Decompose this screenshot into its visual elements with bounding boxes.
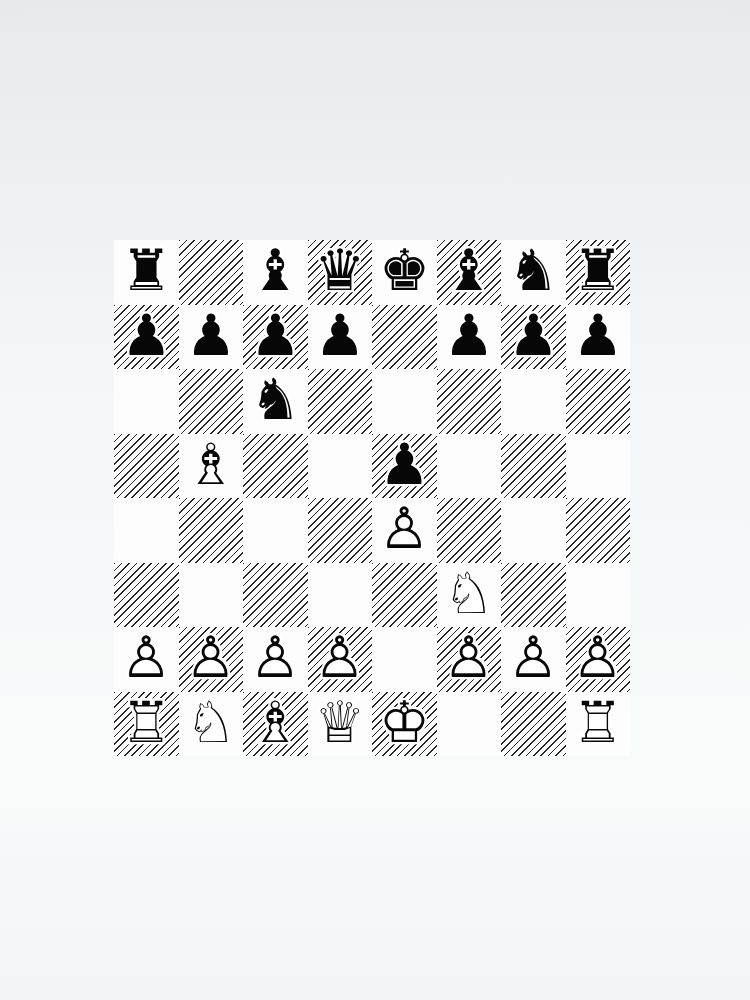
square-d3 — [308, 563, 373, 628]
black-pawn-icon: ♟ — [508, 307, 559, 364]
square-c5 — [243, 434, 308, 499]
black-queen-icon: ♛ — [314, 243, 365, 300]
white-pawn-icon: ♙ — [508, 630, 559, 687]
piece-black-pawn-g7: ♟♟ — [501, 305, 566, 370]
piece-black-rook-h8: ♜♜ — [566, 240, 631, 305]
square-h4 — [566, 498, 631, 563]
square-h6 — [566, 369, 631, 434]
square-g5 — [501, 434, 566, 499]
square-h1: ♜♖ — [566, 692, 631, 757]
piece-white-rook-h1: ♜♖ — [566, 692, 631, 757]
square-a5 — [114, 434, 179, 499]
square-d8: ♛♛ — [308, 240, 373, 305]
square-d5 — [308, 434, 373, 499]
white-rook-icon: ♖ — [572, 694, 623, 751]
square-f8: ♝♝ — [437, 240, 502, 305]
white-pawn-icon: ♙ — [250, 630, 301, 687]
white-pawn-icon: ♙ — [185, 630, 236, 687]
black-pawn-icon: ♟ — [572, 307, 623, 364]
black-pawn-icon: ♟ — [185, 307, 236, 364]
piece-white-queen-d1: ♛♕ — [308, 692, 373, 757]
white-pawn-icon: ♙ — [121, 630, 172, 687]
square-g6 — [501, 369, 566, 434]
square-f5 — [437, 434, 502, 499]
square-a1: ♜♖ — [114, 692, 179, 757]
chess-board: ♜♜♝♝♛♛♚♚♝♝♞♞♜♜♟♟♟♟♟♟♟♟♟♟♟♟♟♟♞♞♝♗♟♟♟♙♞♘♟♙… — [114, 240, 630, 756]
square-c1: ♝♗ — [243, 692, 308, 757]
square-e1: ♚♔ — [372, 692, 437, 757]
white-pawn-icon: ♙ — [443, 630, 494, 687]
square-e8: ♚♚ — [372, 240, 437, 305]
square-b5: ♝♗ — [179, 434, 244, 499]
square-f6 — [437, 369, 502, 434]
square-h7: ♟♟ — [566, 305, 631, 370]
piece-white-pawn-e4: ♟♙ — [372, 498, 437, 563]
square-h3 — [566, 563, 631, 628]
square-c3 — [243, 563, 308, 628]
square-a2: ♟♙ — [114, 627, 179, 692]
white-knight-icon: ♘ — [185, 694, 236, 751]
white-bishop-icon: ♗ — [250, 694, 301, 751]
piece-black-king-e8: ♚♚ — [372, 240, 437, 305]
square-e5: ♟♟ — [372, 434, 437, 499]
square-c6: ♞♞ — [243, 369, 308, 434]
square-b3 — [179, 563, 244, 628]
square-h8: ♜♜ — [566, 240, 631, 305]
black-pawn-icon: ♟ — [250, 307, 301, 364]
white-knight-icon: ♘ — [443, 565, 494, 622]
square-a6 — [114, 369, 179, 434]
square-h5 — [566, 434, 631, 499]
piece-white-king-e1: ♚♔ — [372, 692, 437, 757]
square-d2: ♟♙ — [308, 627, 373, 692]
piece-black-pawn-d7: ♟♟ — [308, 305, 373, 370]
square-a4 — [114, 498, 179, 563]
piece-white-pawn-b2: ♟♙ — [179, 627, 244, 692]
square-e7 — [372, 305, 437, 370]
square-c8: ♝♝ — [243, 240, 308, 305]
white-bishop-icon: ♗ — [185, 436, 236, 493]
white-king-icon: ♔ — [379, 694, 430, 751]
square-e2 — [372, 627, 437, 692]
black-bishop-icon: ♝ — [443, 243, 494, 300]
piece-black-bishop-c8: ♝♝ — [243, 240, 308, 305]
square-d7: ♟♟ — [308, 305, 373, 370]
piece-black-bishop-f8: ♝♝ — [437, 240, 502, 305]
square-b6 — [179, 369, 244, 434]
piece-white-pawn-a2: ♟♙ — [114, 627, 179, 692]
square-b2: ♟♙ — [179, 627, 244, 692]
square-h2: ♟♙ — [566, 627, 631, 692]
black-knight-icon: ♞ — [250, 372, 301, 429]
square-f1 — [437, 692, 502, 757]
black-knight-icon: ♞ — [508, 243, 559, 300]
piece-white-knight-f3: ♞♘ — [437, 563, 502, 628]
black-pawn-icon: ♟ — [314, 307, 365, 364]
piece-black-rook-a8: ♜♜ — [114, 240, 179, 305]
piece-white-pawn-h2: ♟♙ — [566, 627, 631, 692]
square-g4 — [501, 498, 566, 563]
black-king-icon: ♚ — [379, 243, 430, 300]
piece-black-knight-g8: ♞♞ — [501, 240, 566, 305]
square-a3 — [114, 563, 179, 628]
square-g7: ♟♟ — [501, 305, 566, 370]
piece-white-pawn-d2: ♟♙ — [308, 627, 373, 692]
piece-black-knight-c6: ♞♞ — [243, 369, 308, 434]
square-c4 — [243, 498, 308, 563]
piece-black-pawn-h7: ♟♟ — [566, 305, 631, 370]
square-d6 — [308, 369, 373, 434]
black-bishop-icon: ♝ — [250, 243, 301, 300]
piece-white-rook-a1: ♜♖ — [114, 692, 179, 757]
white-rook-icon: ♖ — [121, 694, 172, 751]
piece-white-knight-b1: ♞♘ — [179, 692, 244, 757]
piece-black-pawn-b7: ♟♟ — [179, 305, 244, 370]
square-f7: ♟♟ — [437, 305, 502, 370]
piece-white-bishop-b5: ♝♗ — [179, 434, 244, 499]
piece-white-bishop-c1: ♝♗ — [243, 692, 308, 757]
piece-black-pawn-c7: ♟♟ — [243, 305, 308, 370]
square-f4 — [437, 498, 502, 563]
piece-black-pawn-a7: ♟♟ — [114, 305, 179, 370]
square-a8: ♜♜ — [114, 240, 179, 305]
poster-scene: ♜♜♝♝♛♛♚♚♝♝♞♞♜♜♟♟♟♟♟♟♟♟♟♟♟♟♟♟♞♞♝♗♟♟♟♙♞♘♟♙… — [0, 0, 750, 1000]
square-c2: ♟♙ — [243, 627, 308, 692]
square-a7: ♟♟ — [114, 305, 179, 370]
piece-black-queen-d8: ♛♛ — [308, 240, 373, 305]
black-rook-icon: ♜ — [121, 243, 172, 300]
piece-white-pawn-f2: ♟♙ — [437, 627, 502, 692]
square-g2: ♟♙ — [501, 627, 566, 692]
piece-white-pawn-g2: ♟♙ — [501, 627, 566, 692]
white-queen-icon: ♕ — [314, 694, 365, 751]
black-pawn-icon: ♟ — [379, 436, 430, 493]
square-d1: ♛♕ — [308, 692, 373, 757]
square-f2: ♟♙ — [437, 627, 502, 692]
black-pawn-icon: ♟ — [443, 307, 494, 364]
white-pawn-icon: ♙ — [572, 630, 623, 687]
square-g8: ♞♞ — [501, 240, 566, 305]
square-b4 — [179, 498, 244, 563]
white-pawn-icon: ♙ — [379, 501, 430, 558]
square-e3 — [372, 563, 437, 628]
square-g3 — [501, 563, 566, 628]
square-f3: ♞♘ — [437, 563, 502, 628]
piece-white-pawn-c2: ♟♙ — [243, 627, 308, 692]
square-b7: ♟♟ — [179, 305, 244, 370]
square-g1 — [501, 692, 566, 757]
white-pawn-icon: ♙ — [314, 630, 365, 687]
square-c7: ♟♟ — [243, 305, 308, 370]
square-e4: ♟♙ — [372, 498, 437, 563]
black-pawn-icon: ♟ — [121, 307, 172, 364]
square-d4 — [308, 498, 373, 563]
piece-black-pawn-e5: ♟♟ — [372, 434, 437, 499]
black-rook-icon: ♜ — [572, 243, 623, 300]
square-e6 — [372, 369, 437, 434]
square-b1: ♞♘ — [179, 692, 244, 757]
square-b8 — [179, 240, 244, 305]
piece-black-pawn-f7: ♟♟ — [437, 305, 502, 370]
